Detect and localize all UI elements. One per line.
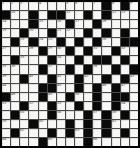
clue-number: 33 [20,56,24,59]
letter-cell[interactable] [39,75,47,83]
letter-cell[interactable] [121,120,129,128]
block-cell [29,38,37,46]
letter-cell[interactable] [66,75,74,83]
letter-cell[interactable] [112,56,120,64]
letter-cell[interactable]: 1 [2,2,10,10]
letter-cell[interactable] [11,20,19,28]
letter-cell[interactable] [130,129,138,137]
clue-number: 60 [39,120,43,123]
clue-number: 20 [29,29,33,32]
block-cell [29,120,37,128]
letter-cell[interactable]: 25 [48,38,56,46]
letter-cell[interactable] [121,20,129,28]
block-cell [48,102,56,110]
letter-cell[interactable] [84,93,92,101]
clue-number: 1 [2,2,4,5]
letter-cell[interactable] [11,84,19,92]
block-cell [20,102,28,110]
clue-number: 47 [121,84,125,87]
letter-cell[interactable] [39,11,47,19]
letter-cell[interactable]: 23 [20,38,28,46]
letter-cell[interactable] [130,56,138,64]
block-cell [48,84,56,92]
letter-cell[interactable]: 20 [29,29,37,37]
clue-number: 66 [93,138,97,141]
letter-cell[interactable] [2,56,10,64]
letter-cell[interactable]: 64 [2,138,10,146]
letter-cell[interactable] [29,129,37,137]
letter-cell[interactable] [66,56,74,64]
letter-cell[interactable]: 2 [11,2,19,10]
block-cell [121,29,129,37]
letter-cell[interactable] [93,120,101,128]
clue-number: 32 [121,47,125,50]
clue-number: 63 [75,129,79,132]
letter-cell[interactable] [39,56,47,64]
block-cell [130,65,138,73]
clue-number: 43 [130,75,134,78]
letter-cell[interactable] [57,93,65,101]
letter-cell[interactable]: 56 [57,111,65,119]
letter-cell[interactable] [75,120,83,128]
block-cell [121,129,129,137]
clue-number: 31 [93,47,97,50]
block-cell [112,47,120,55]
clue-number: 23 [20,38,24,41]
letter-cell[interactable] [93,11,101,19]
clue-number: 41 [57,75,61,78]
clue-number: 50 [75,93,79,96]
letter-cell[interactable]: 9 [130,2,138,10]
clue-number: 26 [102,38,106,41]
clue-number: 6 [75,2,77,5]
clue-number: 34 [57,56,61,59]
letter-cell[interactable] [112,129,120,137]
clue-number: 49 [48,93,52,96]
clue-number: 22 [66,29,70,32]
letter-cell[interactable] [29,111,37,119]
block-cell [48,11,56,19]
letter-cell[interactable] [29,65,37,73]
block-cell [102,2,110,10]
letter-cell[interactable] [39,102,47,110]
letter-cell[interactable]: 48 [11,93,19,101]
letter-cell[interactable]: 50 [75,93,83,101]
block-cell [102,111,110,119]
block-cell [48,111,56,119]
letter-cell[interactable]: 37 [48,65,56,73]
letter-cell[interactable] [48,2,56,10]
block-cell [84,138,92,146]
letter-cell[interactable]: 54 [121,102,129,110]
block-cell [2,93,10,101]
block-cell [84,47,92,55]
block-cell [112,65,120,73]
letter-cell[interactable] [20,11,28,19]
letter-cell[interactable] [75,29,83,37]
block-cell [29,11,37,19]
clue-number: 13 [121,11,125,14]
block-cell [121,111,129,119]
letter-cell[interactable] [84,38,92,46]
block-cell [39,138,47,146]
clue-number: 29 [48,47,52,50]
clue-number: 8 [112,2,114,5]
clue-number: 17 [75,20,79,23]
letter-cell[interactable] [11,138,19,146]
block-cell [57,38,65,46]
letter-cell[interactable]: 55 [20,111,28,119]
clue-number: 14 [2,20,6,23]
letter-cell[interactable]: 30 [57,47,65,55]
clue-number: 36 [11,65,15,68]
block-cell [75,102,83,110]
clue-number: 5 [66,2,68,5]
letter-cell[interactable] [66,102,74,110]
letter-cell[interactable] [2,111,10,119]
letter-cell[interactable] [11,75,19,83]
letter-cell[interactable]: 49 [48,93,56,101]
block-cell [121,75,129,83]
letter-cell[interactable] [29,138,37,146]
letter-cell[interactable] [57,2,65,10]
clue-number: 57 [93,111,97,114]
block-cell [29,20,37,28]
letter-cell[interactable] [39,111,47,119]
block-cell [121,56,129,64]
letter-cell[interactable] [11,29,19,37]
block-cell [11,56,19,64]
letter-cell[interactable]: 26 [102,38,110,46]
letter-cell[interactable] [66,111,74,119]
block-cell [48,129,56,137]
letter-cell[interactable] [57,120,65,128]
clue-number: 40 [29,75,33,78]
letter-cell[interactable]: 35 [2,65,10,73]
block-cell [75,56,83,64]
clue-number: 48 [11,93,15,96]
letter-cell[interactable]: 3 [20,2,28,10]
letter-cell[interactable] [84,102,92,110]
letter-cell[interactable] [112,38,120,46]
letter-cell[interactable] [130,47,138,55]
clue-number: 52 [29,102,33,105]
block-cell [93,84,101,92]
block-cell [39,84,47,92]
letter-cell[interactable] [20,47,28,55]
letter-cell[interactable] [84,20,92,28]
letter-cell[interactable] [11,47,19,55]
block-cell [48,29,56,37]
letter-cell[interactable] [11,102,19,110]
block-cell [93,102,101,110]
clue-number: 24 [39,38,43,41]
letter-cell[interactable] [130,11,138,19]
letter-cell[interactable]: 47 [121,84,129,92]
letter-cell[interactable]: 41 [57,75,65,83]
block-cell [121,38,129,46]
letter-cell[interactable]: 40 [29,75,37,83]
letter-cell[interactable] [57,65,65,73]
letter-cell[interactable] [66,84,74,92]
letter-cell[interactable]: 16 [57,20,65,28]
letter-cell[interactable] [20,120,28,128]
letter-cell[interactable]: 31 [93,47,101,55]
letter-cell[interactable] [29,56,37,64]
block-cell [66,65,74,73]
letter-cell[interactable]: 22 [66,29,74,37]
clue-number: 56 [57,111,61,114]
letter-cell[interactable]: 13 [121,11,129,19]
letter-cell[interactable] [57,129,65,137]
letter-cell[interactable] [39,29,47,37]
letter-cell[interactable]: 57 [93,111,101,119]
block-cell [102,56,110,64]
block-cell [66,93,74,101]
letter-cell[interactable]: 18 [102,20,110,28]
letter-cell[interactable]: 19 [2,29,10,37]
letter-cell[interactable] [112,138,120,146]
letter-cell[interactable]: 62 [20,129,28,137]
block-cell [75,84,83,92]
letter-cell[interactable]: 53 [57,102,65,110]
letter-cell[interactable] [57,138,65,146]
letter-cell[interactable]: 36 [11,65,19,73]
letter-cell[interactable]: 17 [75,20,83,28]
block-cell [84,29,92,37]
letter-cell[interactable]: 52 [29,102,37,110]
letter-cell[interactable]: 11 [66,11,74,19]
letter-cell[interactable] [93,129,101,137]
letter-cell[interactable] [84,84,92,92]
letter-cell[interactable] [75,65,83,73]
letter-cell[interactable] [66,38,74,46]
letter-cell[interactable] [48,20,56,28]
letter-cell[interactable] [130,93,138,101]
letter-cell[interactable] [48,120,56,128]
letter-cell[interactable] [11,120,19,128]
letter-cell[interactable]: 27 [2,47,10,55]
letter-cell[interactable] [66,138,74,146]
clue-number: 64 [2,138,6,141]
block-cell [84,65,92,73]
block-cell [66,20,74,28]
letter-cell[interactable]: 43 [130,75,138,83]
letter-cell[interactable] [130,84,138,92]
clue-number: 2 [11,2,13,5]
letter-cell[interactable]: 32 [121,47,129,55]
block-cell [75,75,83,83]
block-cell [39,65,47,73]
block-cell [84,111,92,119]
crossword-grid: 1234567891011121314151617181920212223242… [0,0,140,148]
letter-cell[interactable] [2,38,10,46]
clue-number: 12 [112,11,116,14]
letter-cell[interactable] [130,111,138,119]
clue-number: 44 [2,84,6,87]
letter-cell[interactable]: 10 [11,11,19,19]
block-cell [84,120,92,128]
clue-number: 53 [57,102,61,105]
block-cell [39,93,47,101]
letter-cell[interactable]: 63 [75,129,83,137]
clue-number: 28 [29,47,33,50]
letter-cell[interactable]: 44 [2,84,10,92]
clue-number: 62 [20,129,24,132]
letter-cell[interactable] [102,138,110,146]
letter-cell[interactable] [130,20,138,28]
letter-cell[interactable] [75,111,83,119]
block-cell [93,20,101,28]
letter-cell[interactable] [20,138,28,146]
letter-cell[interactable]: 29 [48,47,56,55]
block-cell [102,75,110,83]
letter-cell[interactable]: 14 [2,20,10,28]
letter-cell[interactable]: 60 [39,120,47,128]
clue-number: 65 [48,138,52,141]
block-cell [66,47,74,55]
letter-cell[interactable] [102,102,110,110]
block-cell [93,93,101,101]
clue-number: 7 [93,2,95,5]
clue-number: 15 [39,20,43,23]
block-cell [11,111,19,119]
letter-cell[interactable]: 61 [112,120,120,128]
letter-cell[interactable] [121,138,129,146]
clue-number: 42 [84,75,88,78]
letter-cell[interactable] [20,65,28,73]
block-cell [57,11,65,19]
clue-number: 38 [93,65,97,68]
clue-number: 39 [2,75,6,78]
letter-cell[interactable] [112,75,120,83]
letter-cell[interactable] [20,93,28,101]
letter-cell[interactable]: 65 [48,138,56,146]
letter-cell[interactable]: 34 [57,56,65,64]
letter-cell[interactable]: 21 [57,29,65,37]
letter-cell[interactable] [29,84,37,92]
letter-cell[interactable]: 8 [112,2,120,10]
clue-number: 27 [2,47,6,50]
letter-cell[interactable]: 51 [2,102,10,110]
letter-cell[interactable] [102,65,110,73]
letter-cell[interactable] [20,20,28,28]
letter-cell[interactable] [84,56,92,64]
clue-number: 19 [2,29,6,32]
block-cell [121,2,129,10]
letter-cell[interactable]: 15 [39,20,47,28]
clue-number: 18 [102,20,106,23]
letter-cell[interactable]: 39 [2,75,10,83]
clue-number: 58 [112,111,116,114]
block-cell [112,84,120,92]
letter-cell[interactable] [29,93,37,101]
letter-cell[interactable]: 24 [39,38,47,46]
letter-cell[interactable] [130,29,138,37]
clue-number: 9 [130,2,132,5]
block-cell [93,38,101,46]
letter-cell[interactable] [102,93,110,101]
block-cell [75,38,83,46]
letter-cell[interactable] [130,120,138,128]
letter-cell[interactable] [39,129,47,137]
clue-number: 30 [57,47,61,50]
block-cell [102,120,110,128]
block-cell [102,11,110,19]
clue-number: 54 [121,102,125,105]
clue-number: 25 [48,38,52,41]
letter-cell[interactable] [130,138,138,146]
letter-cell[interactable] [102,47,110,55]
block-cell [2,11,10,19]
letter-cell[interactable]: 59 [2,120,10,128]
clue-number: 37 [48,65,52,68]
letter-cell[interactable]: 46 [102,84,110,92]
clue-number: 16 [57,20,61,23]
clue-number: 55 [20,111,24,114]
letter-cell[interactable] [75,11,83,19]
block-cell [84,129,92,137]
letter-cell[interactable]: 12 [112,11,120,19]
letter-cell[interactable] [112,29,120,37]
block-cell [93,56,101,64]
block-cell [48,75,56,83]
letter-cell[interactable]: 42 [84,75,92,83]
letter-cell[interactable]: 28 [29,47,37,55]
block-cell [112,102,120,110]
block-cell [39,47,47,55]
block-cell [102,129,110,137]
block-cell [121,93,129,101]
clue-number: 45 [57,84,61,87]
letter-cell[interactable]: 58 [112,111,120,119]
letter-cell[interactable] [93,75,101,83]
block-cell [20,75,28,83]
letter-cell[interactable]: 66 [93,138,101,146]
block-cell [112,93,120,101]
letter-cell[interactable]: 6 [75,2,83,10]
letter-cell[interactable] [112,20,120,28]
letter-cell[interactable] [75,138,83,146]
block-cell [102,29,110,37]
clue-number: 61 [112,120,116,123]
letter-cell[interactable] [130,102,138,110]
letter-cell[interactable]: 5 [66,2,74,10]
letter-cell[interactable] [121,65,129,73]
block-cell [11,129,19,137]
letter-cell[interactable]: 45 [57,84,65,92]
letter-cell[interactable]: 7 [93,2,101,10]
letter-cell[interactable]: 33 [20,56,28,64]
clue-number: 46 [102,84,106,87]
block-cell [66,120,74,128]
block-cell [130,38,138,46]
letter-cell[interactable] [29,2,37,10]
letter-cell[interactable] [93,29,101,37]
letter-cell[interactable] [84,2,92,10]
block-cell [84,11,92,19]
block-cell [20,29,28,37]
letter-cell[interactable] [75,47,83,55]
letter-cell[interactable]: 38 [93,65,101,73]
clue-number: 21 [57,29,61,32]
letter-cell[interactable] [2,129,10,137]
letter-cell[interactable]: 4 [39,2,47,10]
clue-number: 4 [39,2,41,5]
clue-number: 35 [2,65,6,68]
letter-cell[interactable] [20,84,28,92]
block-cell [11,38,19,46]
